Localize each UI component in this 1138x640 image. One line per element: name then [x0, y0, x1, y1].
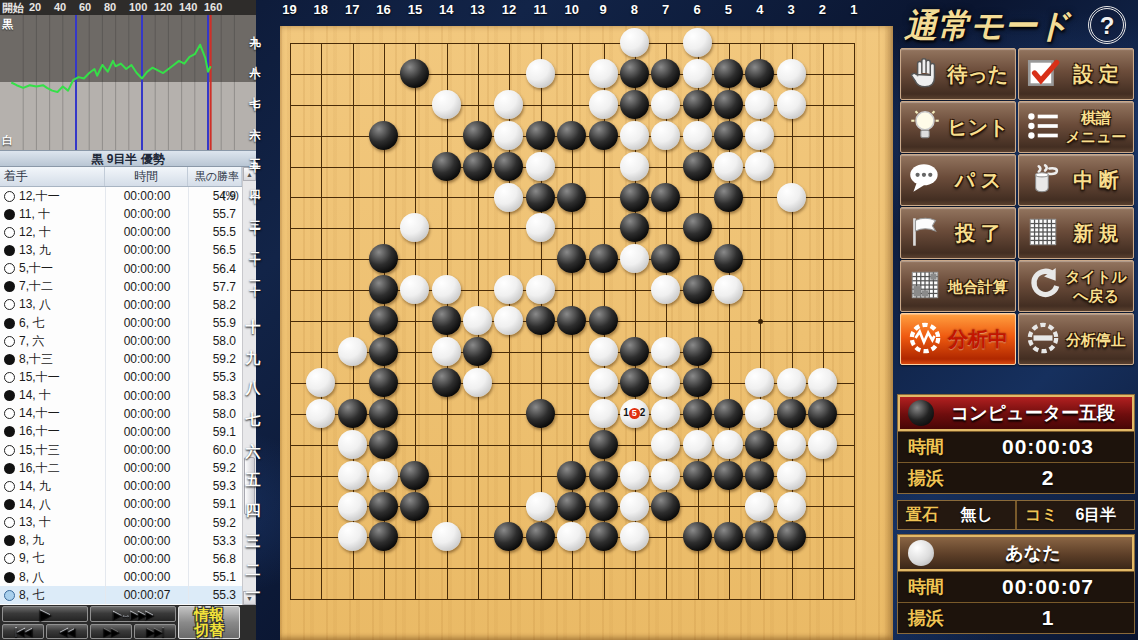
- move-table-row[interactable]: 8, 七00:00:0755.3: [0, 586, 256, 604]
- move-winrate: 57.7: [188, 278, 242, 296]
- black-move-stone-icon: [4, 390, 15, 401]
- black-stone: [620, 59, 649, 88]
- white-stone: [338, 430, 367, 459]
- white-stone: [526, 492, 555, 521]
- white-stone: [463, 368, 492, 397]
- white-stone: [808, 368, 837, 397]
- move-time: 00:00:00: [105, 495, 188, 513]
- white-stone: [432, 337, 461, 366]
- black-stone: [369, 368, 398, 397]
- black-player-header: コンピューター五段: [898, 395, 1134, 431]
- analyzing-icon: [906, 319, 944, 359]
- white-stone: [494, 183, 523, 212]
- white-stone: [589, 90, 618, 119]
- graph-tick-label: 100: [129, 1, 147, 13]
- white-player-panel: あなた 時間 00:00:07 揚浜 1: [897, 534, 1135, 634]
- white-move-stone-icon: [4, 336, 15, 347]
- move-table-row[interactable]: 7,十二00:00:0057.7: [0, 278, 256, 296]
- black-player-name: コンピューター五段: [942, 401, 1124, 425]
- black-stone: [526, 522, 555, 551]
- help-icon[interactable]: ?: [1088, 6, 1126, 44]
- move-time: 00:00:00: [105, 296, 188, 314]
- column-label: 8: [619, 2, 649, 17]
- white-stone: [620, 461, 649, 490]
- komi-cell: コミ 6目半: [1015, 501, 1134, 529]
- move-winrate: 55.7: [188, 205, 242, 223]
- analysis-panel: 開始20406080100120140160 黒 白 黒 9目半 優勢 着手 時…: [0, 0, 256, 640]
- column-label: 2: [807, 2, 837, 17]
- move-time: 00:00:00: [105, 441, 188, 459]
- move-table-row[interactable]: 11, 十00:00:0055.7: [0, 205, 256, 223]
- hint-bulb-icon: [906, 107, 944, 147]
- column-label: 7: [651, 2, 681, 17]
- white-stone: [745, 90, 774, 119]
- move-table-row[interactable]: 12, 十00:00:0055.5: [0, 223, 256, 241]
- move-winrate: 55.5: [188, 223, 242, 241]
- move-table-row[interactable]: 15,十一00:00:0055.3: [0, 368, 256, 386]
- graph-tick-label: 60: [79, 1, 91, 13]
- move-coordinate: 14, 八: [19, 496, 51, 513]
- black-stone: [526, 306, 555, 335]
- white-stone: [369, 461, 398, 490]
- white-stone: [463, 306, 492, 335]
- white-stone: [651, 461, 680, 490]
- white-stone: [494, 121, 523, 150]
- move-table-header: 着手 時間 黒の勝率(%): [0, 167, 256, 187]
- move-table-row[interactable]: 15,十三00:00:0060.0: [0, 441, 256, 459]
- black-stone: [589, 244, 618, 273]
- move-table-row[interactable]: 16,十二00:00:0059.2: [0, 459, 256, 477]
- col-header-move: 着手: [0, 167, 105, 186]
- menu-button-label: 棋譜メニュー: [1062, 108, 1130, 146]
- kifu-menu-button[interactable]: 棋譜メニュー: [1018, 101, 1134, 153]
- white-stone: [651, 430, 680, 459]
- move-time: 00:00:00: [105, 278, 188, 296]
- column-label: 13: [463, 2, 493, 17]
- move-table-row[interactable]: 12,十一00:00:0054.9: [0, 187, 256, 205]
- move-time: 00:00:00: [105, 514, 188, 532]
- column-label: 15: [400, 2, 430, 17]
- white-stone: [620, 152, 649, 181]
- komi-label: コミ: [1025, 505, 1058, 526]
- interrupt-cup-icon: [1024, 160, 1062, 200]
- white-stone: [526, 275, 555, 304]
- black-stone: [745, 430, 774, 459]
- white-move-stone-icon: [4, 553, 15, 564]
- black-stone: [557, 183, 586, 212]
- move-table-row[interactable]: 16,十一00:00:0059.1: [0, 423, 256, 441]
- hand-button[interactable]: 待った: [900, 48, 1016, 100]
- black-stone: [589, 492, 618, 521]
- move-table-row[interactable]: 14, 十00:00:0058.3: [0, 387, 256, 405]
- column-label: 3: [776, 2, 806, 17]
- black-stone: [589, 522, 618, 551]
- black-stone: [683, 399, 712, 428]
- white-time-value: 00:00:07: [972, 575, 1124, 599]
- move-table-row[interactable]: 13, 九00:00:0056.5: [0, 241, 256, 259]
- black-stone: [683, 522, 712, 551]
- menu-button-label: 投 了: [944, 224, 1012, 243]
- move-coordinate: 8, 八: [19, 569, 44, 586]
- move-time: 00:00:00: [105, 477, 188, 495]
- move-coordinate: 13, 九: [19, 242, 51, 259]
- black-time-label: 時間: [908, 435, 972, 459]
- black-move-stone-icon: [4, 426, 15, 437]
- white-stone: [714, 275, 743, 304]
- black-time-row: 時間 00:00:03: [898, 431, 1134, 462]
- black-stone: [557, 121, 586, 150]
- move-winrate: 58.0: [188, 405, 242, 423]
- white-stone: [777, 492, 806, 521]
- move-table-row[interactable]: 14, 八00:00:0059.1: [0, 495, 256, 513]
- black-stone: [620, 368, 649, 397]
- black-stone: [683, 275, 712, 304]
- black-stone: [714, 59, 743, 88]
- column-label: 12: [494, 2, 524, 17]
- play-button[interactable]: ▶: [2, 606, 88, 622]
- black-move-stone-icon: [4, 499, 15, 510]
- white-stone: [432, 522, 461, 551]
- black-move-stone-icon: [4, 281, 15, 292]
- column-label: 5: [713, 2, 743, 17]
- move-coordinate: 8, 九: [19, 532, 44, 549]
- move-coordinate: 11, 十: [19, 206, 50, 223]
- menu-button-label: パ ス: [944, 171, 1012, 190]
- white-stone: [338, 522, 367, 551]
- move-time: 00:00:07: [105, 586, 188, 604]
- white-stone: [714, 152, 743, 181]
- white-stone: [589, 368, 618, 397]
- black-stone: [400, 492, 429, 521]
- black-stone: [683, 90, 712, 119]
- white-move-stone-icon: [4, 191, 15, 202]
- black-stone: [369, 121, 398, 150]
- white-stone: [651, 337, 680, 366]
- analyzing-button[interactable]: 分析中: [900, 313, 1016, 365]
- graph-plot-area: 黒 白: [0, 15, 256, 150]
- move-table-row[interactable]: 8,十三00:00:0059.2: [0, 350, 256, 368]
- black-stone: [494, 152, 523, 181]
- move-time: 00:00:00: [105, 241, 188, 259]
- move-coordinate: 5,十一: [19, 260, 53, 277]
- resign-flag-icon: [906, 213, 944, 253]
- black-stone: [683, 337, 712, 366]
- move-winrate: 55.1: [188, 568, 242, 586]
- black-stone: [400, 461, 429, 490]
- menu-panel: 通常モード ? 待った設 定ヒント棋譜メニューパ ス中 断投 了新 規地合計算タ…: [896, 0, 1138, 640]
- black-stone: [526, 183, 555, 212]
- move-winrate: 59.1: [188, 495, 242, 513]
- column-label: 9: [588, 2, 618, 17]
- kifu-menu-icon: [1024, 107, 1062, 147]
- black-stone: [369, 306, 398, 335]
- white-player-name: あなた: [942, 541, 1124, 565]
- move-time: 00:00:00: [105, 368, 188, 386]
- move-winrate: 58.0: [188, 332, 242, 350]
- stop-analysis-button[interactable]: 分析停止: [1018, 313, 1134, 365]
- new-game-grid-button[interactable]: 新 規: [1018, 207, 1134, 259]
- black-stone: [683, 461, 712, 490]
- black-stone: [651, 59, 680, 88]
- white-stone: [306, 399, 335, 428]
- move-time: 00:00:00: [105, 550, 188, 568]
- column-label: 18: [306, 2, 336, 17]
- black-stone: [589, 306, 618, 335]
- white-time-label: 時間: [908, 575, 972, 599]
- last-move-stone: 152: [620, 399, 649, 428]
- white-stone: [651, 121, 680, 150]
- black-stone: [777, 399, 806, 428]
- move-time: 00:00:00: [105, 387, 188, 405]
- move-time: 00:00:00: [105, 423, 188, 441]
- black-stone: [620, 337, 649, 366]
- white-stone: [745, 492, 774, 521]
- white-stone: [589, 337, 618, 366]
- white-stone: [620, 28, 649, 57]
- black-stone: [369, 492, 398, 521]
- white-stone: [777, 90, 806, 119]
- white-stone: [526, 213, 555, 242]
- graph-tick-label: 40: [54, 1, 66, 13]
- menu-button-label: 待った: [944, 65, 1012, 84]
- move-time: 00:00:00: [105, 532, 188, 550]
- mode-title: 通常モード: [904, 4, 1084, 49]
- white-stone: [808, 430, 837, 459]
- scroll-up-icon[interactable]: ▲: [243, 167, 256, 181]
- col-header-winrate: 黒の勝率(%): [188, 167, 242, 186]
- white-stone: [777, 59, 806, 88]
- pass-speech-button[interactable]: パ ス: [900, 154, 1016, 206]
- white-stone: [683, 121, 712, 150]
- komi-value: 6目半: [1066, 505, 1126, 526]
- autoplay-button[interactable]: ▶↔▶▶▶: [90, 606, 176, 622]
- hand-icon: [906, 54, 944, 94]
- move-time: 00:00:00: [105, 260, 188, 278]
- black-stone: [338, 399, 367, 428]
- move-table-row[interactable]: 14, 九00:00:0059.3: [0, 477, 256, 495]
- black-move-stone-icon: [4, 209, 15, 220]
- move-winrate: 59.2: [188, 459, 242, 477]
- settings-check-button[interactable]: 設 定: [1018, 48, 1134, 100]
- move-winrate: 56.8: [188, 550, 242, 568]
- black-stone: [714, 121, 743, 150]
- black-stone: [589, 430, 618, 459]
- move-winrate: 54.9: [188, 187, 242, 205]
- graph-x-axis: 開始20406080100120140160: [0, 0, 256, 15]
- white-stone: [589, 59, 618, 88]
- white-move-stone-icon: [4, 227, 15, 238]
- black-stone: [369, 399, 398, 428]
- column-label: 4: [745, 2, 775, 17]
- white-move-stone-icon: [4, 445, 15, 456]
- black-captures-row: 揚浜 2: [898, 462, 1134, 493]
- move-winrate: 58.3: [188, 387, 242, 405]
- move-winrate: 56.4: [188, 260, 242, 278]
- black-move-stone-icon: [4, 535, 15, 546]
- info-toggle-button[interactable]: 情報切替: [178, 606, 240, 639]
- graph-tick-label: 140: [179, 1, 197, 13]
- white-stone: [338, 492, 367, 521]
- black-move-stone-icon: [4, 463, 15, 474]
- move-table-row[interactable]: 8, 八00:00:0055.1: [0, 568, 256, 586]
- white-player-header: あなた: [898, 535, 1134, 571]
- move-winrate: 59.2: [188, 514, 242, 532]
- white-stone: [651, 90, 680, 119]
- menu-button-label: 新 規: [1062, 224, 1130, 243]
- territory-calc-icon: [906, 266, 944, 306]
- column-label: 17: [337, 2, 367, 17]
- move-table-row[interactable]: 5,十一00:00:0056.4: [0, 260, 256, 278]
- menu-button-label: 地合計算: [944, 277, 1012, 296]
- territory-calc-button[interactable]: 地合計算: [900, 260, 1016, 312]
- move-coordinate: 15,十一: [19, 369, 60, 386]
- white-stone: [651, 368, 680, 397]
- graph-tick-label: 120: [154, 1, 172, 13]
- white-move-stone-icon: [4, 590, 15, 601]
- white-stone: [683, 59, 712, 88]
- column-label: 10: [557, 2, 587, 17]
- move-coordinate: 8, 七: [19, 587, 44, 604]
- return-title-icon: [1024, 266, 1062, 306]
- game-status-text: 黒 9目半 優勢: [0, 150, 256, 167]
- winrate-line-chart: [0, 15, 256, 150]
- to-start-button[interactable]: |◀◀: [2, 624, 44, 639]
- black-stone: [526, 399, 555, 428]
- interrupt-cup-button[interactable]: 中 断: [1018, 154, 1134, 206]
- black-move-stone-icon: [4, 354, 15, 365]
- black-captures-value: 2: [972, 466, 1124, 490]
- black-stone: [620, 183, 649, 212]
- white-stone: [745, 152, 774, 181]
- black-player-panel: コンピューター五段 時間 00:00:03 揚浜 2: [897, 394, 1135, 494]
- star-point: [758, 319, 763, 324]
- rules-bar: 置石 無し コミ 6目半: [897, 500, 1135, 530]
- white-stone: [432, 275, 461, 304]
- black-stone: [432, 368, 461, 397]
- white-stone: [777, 368, 806, 397]
- column-label: 16: [369, 2, 399, 17]
- move-time: 00:00:00: [105, 223, 188, 241]
- move-table-row[interactable]: 13, 八00:00:0058.2: [0, 296, 256, 314]
- go-board[interactable]: 152: [280, 26, 893, 640]
- black-stone: [714, 90, 743, 119]
- white-stone: [526, 59, 555, 88]
- black-stone: [651, 492, 680, 521]
- black-stone: [463, 337, 492, 366]
- white-stone: [432, 90, 461, 119]
- table-scrollbar[interactable]: ▲ ▼: [242, 167, 256, 605]
- white-stone: [777, 183, 806, 212]
- move-coordinate: 8,十三: [19, 351, 53, 368]
- graph-tick-label: 160: [204, 1, 222, 13]
- black-stone: [651, 183, 680, 212]
- white-stone: [683, 28, 712, 57]
- white-move-stone-icon: [4, 372, 15, 383]
- move-table-row[interactable]: 14,十一00:00:0058.0: [0, 405, 256, 423]
- move-coordinate: 9, 七: [19, 550, 44, 567]
- move-time: 00:00:00: [105, 568, 188, 586]
- step-forward-button[interactable]: ▶▶: [90, 624, 132, 639]
- black-stone: [557, 461, 586, 490]
- column-label: 14: [431, 2, 461, 17]
- move-coordinate: 16,十一: [19, 423, 60, 440]
- playback-controls: ▶ ▶↔▶▶▶ |◀◀ ◀◀ ▶▶ ▶▶| 情報切替: [0, 605, 256, 640]
- return-title-button[interactable]: タイトルへ戻る: [1018, 260, 1134, 312]
- move-coordinate: 12, 十: [19, 224, 51, 241]
- column-label: 11: [525, 2, 555, 17]
- black-stone: [683, 213, 712, 242]
- menu-button-label: 分析中: [944, 330, 1012, 349]
- move-time: 00:00:00: [105, 205, 188, 223]
- column-label: 19: [275, 2, 305, 17]
- move-coordinate: 16,十二: [19, 460, 60, 477]
- black-stone-icon: [908, 400, 934, 426]
- black-stone: [432, 152, 461, 181]
- step-back-button[interactable]: ◀◀: [46, 624, 88, 639]
- move-table-row[interactable]: 9, 七00:00:0056.8: [0, 550, 256, 568]
- black-stone: [589, 461, 618, 490]
- move-coordinate: 15,十三: [19, 442, 60, 459]
- black-stone: [714, 461, 743, 490]
- black-stone: [745, 59, 774, 88]
- move-table-row[interactable]: 6, 七00:00:0055.9: [0, 314, 256, 332]
- move-coordinate: 13, 十: [19, 514, 51, 531]
- move-table-row[interactable]: 7, 六00:00:0058.0: [0, 332, 256, 350]
- white-stone: [745, 121, 774, 150]
- hint-bulb-button[interactable]: ヒント: [900, 101, 1016, 153]
- move-time: 00:00:00: [105, 459, 188, 477]
- black-stone: [714, 244, 743, 273]
- white-stone: [745, 368, 774, 397]
- settings-check-icon: [1024, 54, 1062, 94]
- white-captures-row: 揚浜 1: [898, 602, 1134, 633]
- black-stone: [714, 399, 743, 428]
- handicap-label: 置石: [906, 505, 938, 526]
- move-coordinate: 13, 八: [19, 296, 51, 313]
- move-table-row[interactable]: 8, 九00:00:0053.3: [0, 532, 256, 550]
- black-stone: [745, 461, 774, 490]
- move-time: 00:00:00: [105, 187, 188, 205]
- move-coordinate: 7,十二: [19, 278, 53, 295]
- menu-button-label: 設 定: [1062, 65, 1130, 84]
- graph-tick-label: 開始: [2, 1, 24, 16]
- scroll-down-icon[interactable]: ▼: [243, 591, 256, 605]
- move-winrate: 59.1: [188, 423, 242, 441]
- move-winrate: 59.2: [188, 350, 242, 368]
- white-stone: [683, 430, 712, 459]
- black-stone: [369, 430, 398, 459]
- white-stone-icon: [908, 540, 934, 566]
- resign-flag-button[interactable]: 投 了: [900, 207, 1016, 259]
- white-stone: [526, 152, 555, 181]
- move-time: 00:00:00: [105, 405, 188, 423]
- move-table-row[interactable]: 13, 十00:00:0059.2: [0, 514, 256, 532]
- to-end-button[interactable]: ▶▶|: [134, 624, 176, 639]
- white-time-row: 時間 00:00:07: [898, 571, 1134, 602]
- white-move-stone-icon: [4, 481, 15, 492]
- menu-button-label: 中 断: [1062, 171, 1130, 190]
- move-time: 00:00:00: [105, 314, 188, 332]
- scrollbar-thumb[interactable]: [244, 457, 255, 515]
- white-stone: [620, 244, 649, 273]
- column-label: 1: [839, 2, 869, 17]
- move-winrate: 55.3: [188, 368, 242, 386]
- white-move-stone-icon: [4, 408, 15, 419]
- white-captures-label: 揚浜: [908, 606, 972, 630]
- white-stone: [338, 461, 367, 490]
- black-stone: [557, 492, 586, 521]
- black-stone: [463, 121, 492, 150]
